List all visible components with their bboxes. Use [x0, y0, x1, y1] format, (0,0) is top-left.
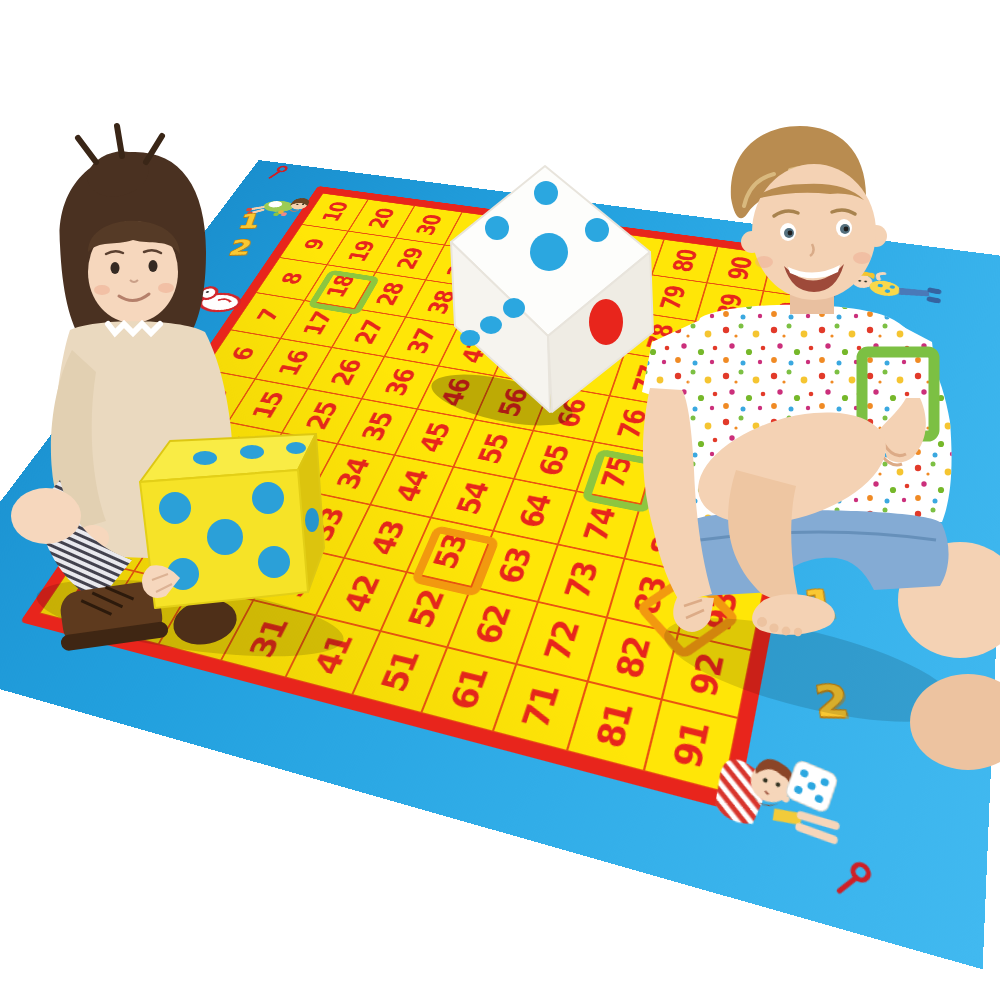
- cell-number: 88: [699, 331, 739, 361]
- cell-number: 2: [102, 526, 144, 549]
- pushpin-icon: [835, 854, 873, 907]
- cell-number: 54: [449, 479, 496, 517]
- cell-number: 5: [197, 386, 234, 404]
- cell-number: 62: [467, 602, 518, 648]
- cell-number: 1: [66, 580, 109, 605]
- cell-number: 66: [550, 397, 593, 430]
- cell-number: 36: [378, 367, 422, 398]
- cell-number: 43: [363, 518, 412, 558]
- cell-number: 57: [510, 344, 552, 374]
- cell-number: 47: [455, 335, 497, 365]
- cell-number: 34: [330, 456, 377, 492]
- cell-number: 3: [136, 476, 176, 497]
- cell-number: 28: [370, 281, 411, 307]
- cell-number: 95: [725, 478, 770, 517]
- cell-number: 35: [355, 410, 400, 443]
- cell-number: 70: [612, 241, 649, 266]
- cell-number: 89: [710, 292, 748, 320]
- cell-number: 99: [769, 300, 807, 329]
- cell-number: 4: [168, 430, 207, 450]
- cell-number: 20: [363, 207, 401, 230]
- cell-number: 14: [217, 434, 264, 468]
- cell-number: 26: [324, 357, 368, 387]
- cell-number: 56: [491, 386, 534, 418]
- cell-number: 51: [373, 647, 427, 695]
- cell-number: 97: [748, 383, 789, 416]
- cell-number: 9: [298, 237, 331, 251]
- cell-number: 27: [348, 318, 390, 346]
- cell-number: 30: [410, 213, 448, 236]
- border-number: 2: [812, 676, 852, 727]
- border-number: 2: [226, 236, 255, 260]
- play-mat[interactable]: 1020304050607080901009192939495969798999…: [0, 160, 1000, 969]
- cell-number: 21: [179, 600, 233, 644]
- cell-number: 60: [560, 234, 598, 259]
- cell-number: 65: [532, 442, 577, 478]
- cell-number: 7: [251, 307, 286, 323]
- cell-number: 58: [528, 305, 568, 333]
- squiggle-icon: [864, 320, 914, 342]
- cell-number: 41: [306, 631, 360, 678]
- cell-number: 17: [297, 310, 339, 338]
- cell-number: 78: [640, 322, 680, 351]
- cell-number: 77: [626, 363, 668, 395]
- cell-number: 13: [187, 481, 237, 518]
- cell-number: 81: [588, 699, 642, 752]
- cell-number: 12: [154, 531, 206, 571]
- cell-number: 80: [666, 248, 703, 274]
- cell-number: 45: [412, 420, 457, 454]
- cell-number: 87: [686, 373, 727, 405]
- cell-number: 86: [673, 418, 716, 453]
- cell-number: 63: [490, 545, 539, 587]
- cell-number: 19: [342, 239, 381, 263]
- scene: 1020304050607080901009192939495969798999…: [0, 0, 1000, 1000]
- cell-number: 16: [272, 348, 316, 378]
- cell-number: 74: [576, 504, 623, 544]
- border-number: 1: [801, 582, 838, 627]
- cell-number: 39: [441, 253, 480, 278]
- cell-number: 94: [711, 531, 757, 573]
- cell-number: 38: [421, 289, 461, 316]
- cell-number: 44: [388, 467, 435, 504]
- cell-number: 79: [654, 284, 693, 311]
- cell-number: 61: [442, 664, 496, 714]
- cell-number: 24: [272, 444, 319, 479]
- cell-number: 71: [514, 681, 568, 732]
- cell-number: 42: [336, 572, 388, 615]
- cell-number: 48: [474, 297, 514, 325]
- cell-number: 25: [299, 400, 345, 433]
- pushpin-icon: [265, 164, 292, 181]
- cell-number: 46: [434, 377, 478, 409]
- number-grid: 1020304050607080901009192939495969798999…: [39, 193, 829, 792]
- border-number: 1: [235, 210, 263, 233]
- cell-number: 23: [244, 493, 294, 531]
- cell-number: 92: [682, 650, 733, 700]
- cell-number: 55: [471, 431, 516, 466]
- cell-number: 50: [509, 227, 547, 251]
- cell-number: 82: [608, 634, 659, 682]
- cell-number: 15: [245, 390, 291, 422]
- cell-number: 84: [643, 518, 690, 559]
- cell-number: 40: [459, 220, 497, 244]
- cell-number: 33: [302, 505, 351, 544]
- cell-number: 73: [557, 559, 606, 602]
- cell-number: 11: [119, 585, 173, 628]
- cell-number: 59: [544, 268, 583, 294]
- cell-number: 98: [759, 340, 799, 371]
- cell-number: 85: [658, 466, 703, 504]
- cell-number: 76: [610, 407, 653, 441]
- cell-number: 6: [225, 345, 261, 362]
- cell-number: 29: [391, 246, 430, 271]
- cell-number: 8: [275, 271, 309, 286]
- cell-number: 22: [213, 544, 265, 585]
- cell-number: 69: [598, 276, 637, 303]
- cell-number: 100: [777, 258, 816, 296]
- cell-number: 49: [492, 261, 531, 287]
- cell-number: 52: [400, 587, 452, 631]
- cell-number: 96: [737, 429, 780, 465]
- cell-number: 10: [316, 201, 354, 223]
- cell-number: 68: [583, 314, 623, 343]
- cell-number: 37: [401, 327, 443, 356]
- cartoon-blonde-kid: [842, 263, 951, 314]
- cell-number: 64: [512, 492, 559, 531]
- cell-number: 90: [721, 255, 758, 281]
- cell-number: 72: [536, 617, 587, 664]
- cell-number: 67: [567, 354, 609, 385]
- cell-number: 31: [242, 615, 296, 661]
- cell-number: 32: [273, 558, 325, 600]
